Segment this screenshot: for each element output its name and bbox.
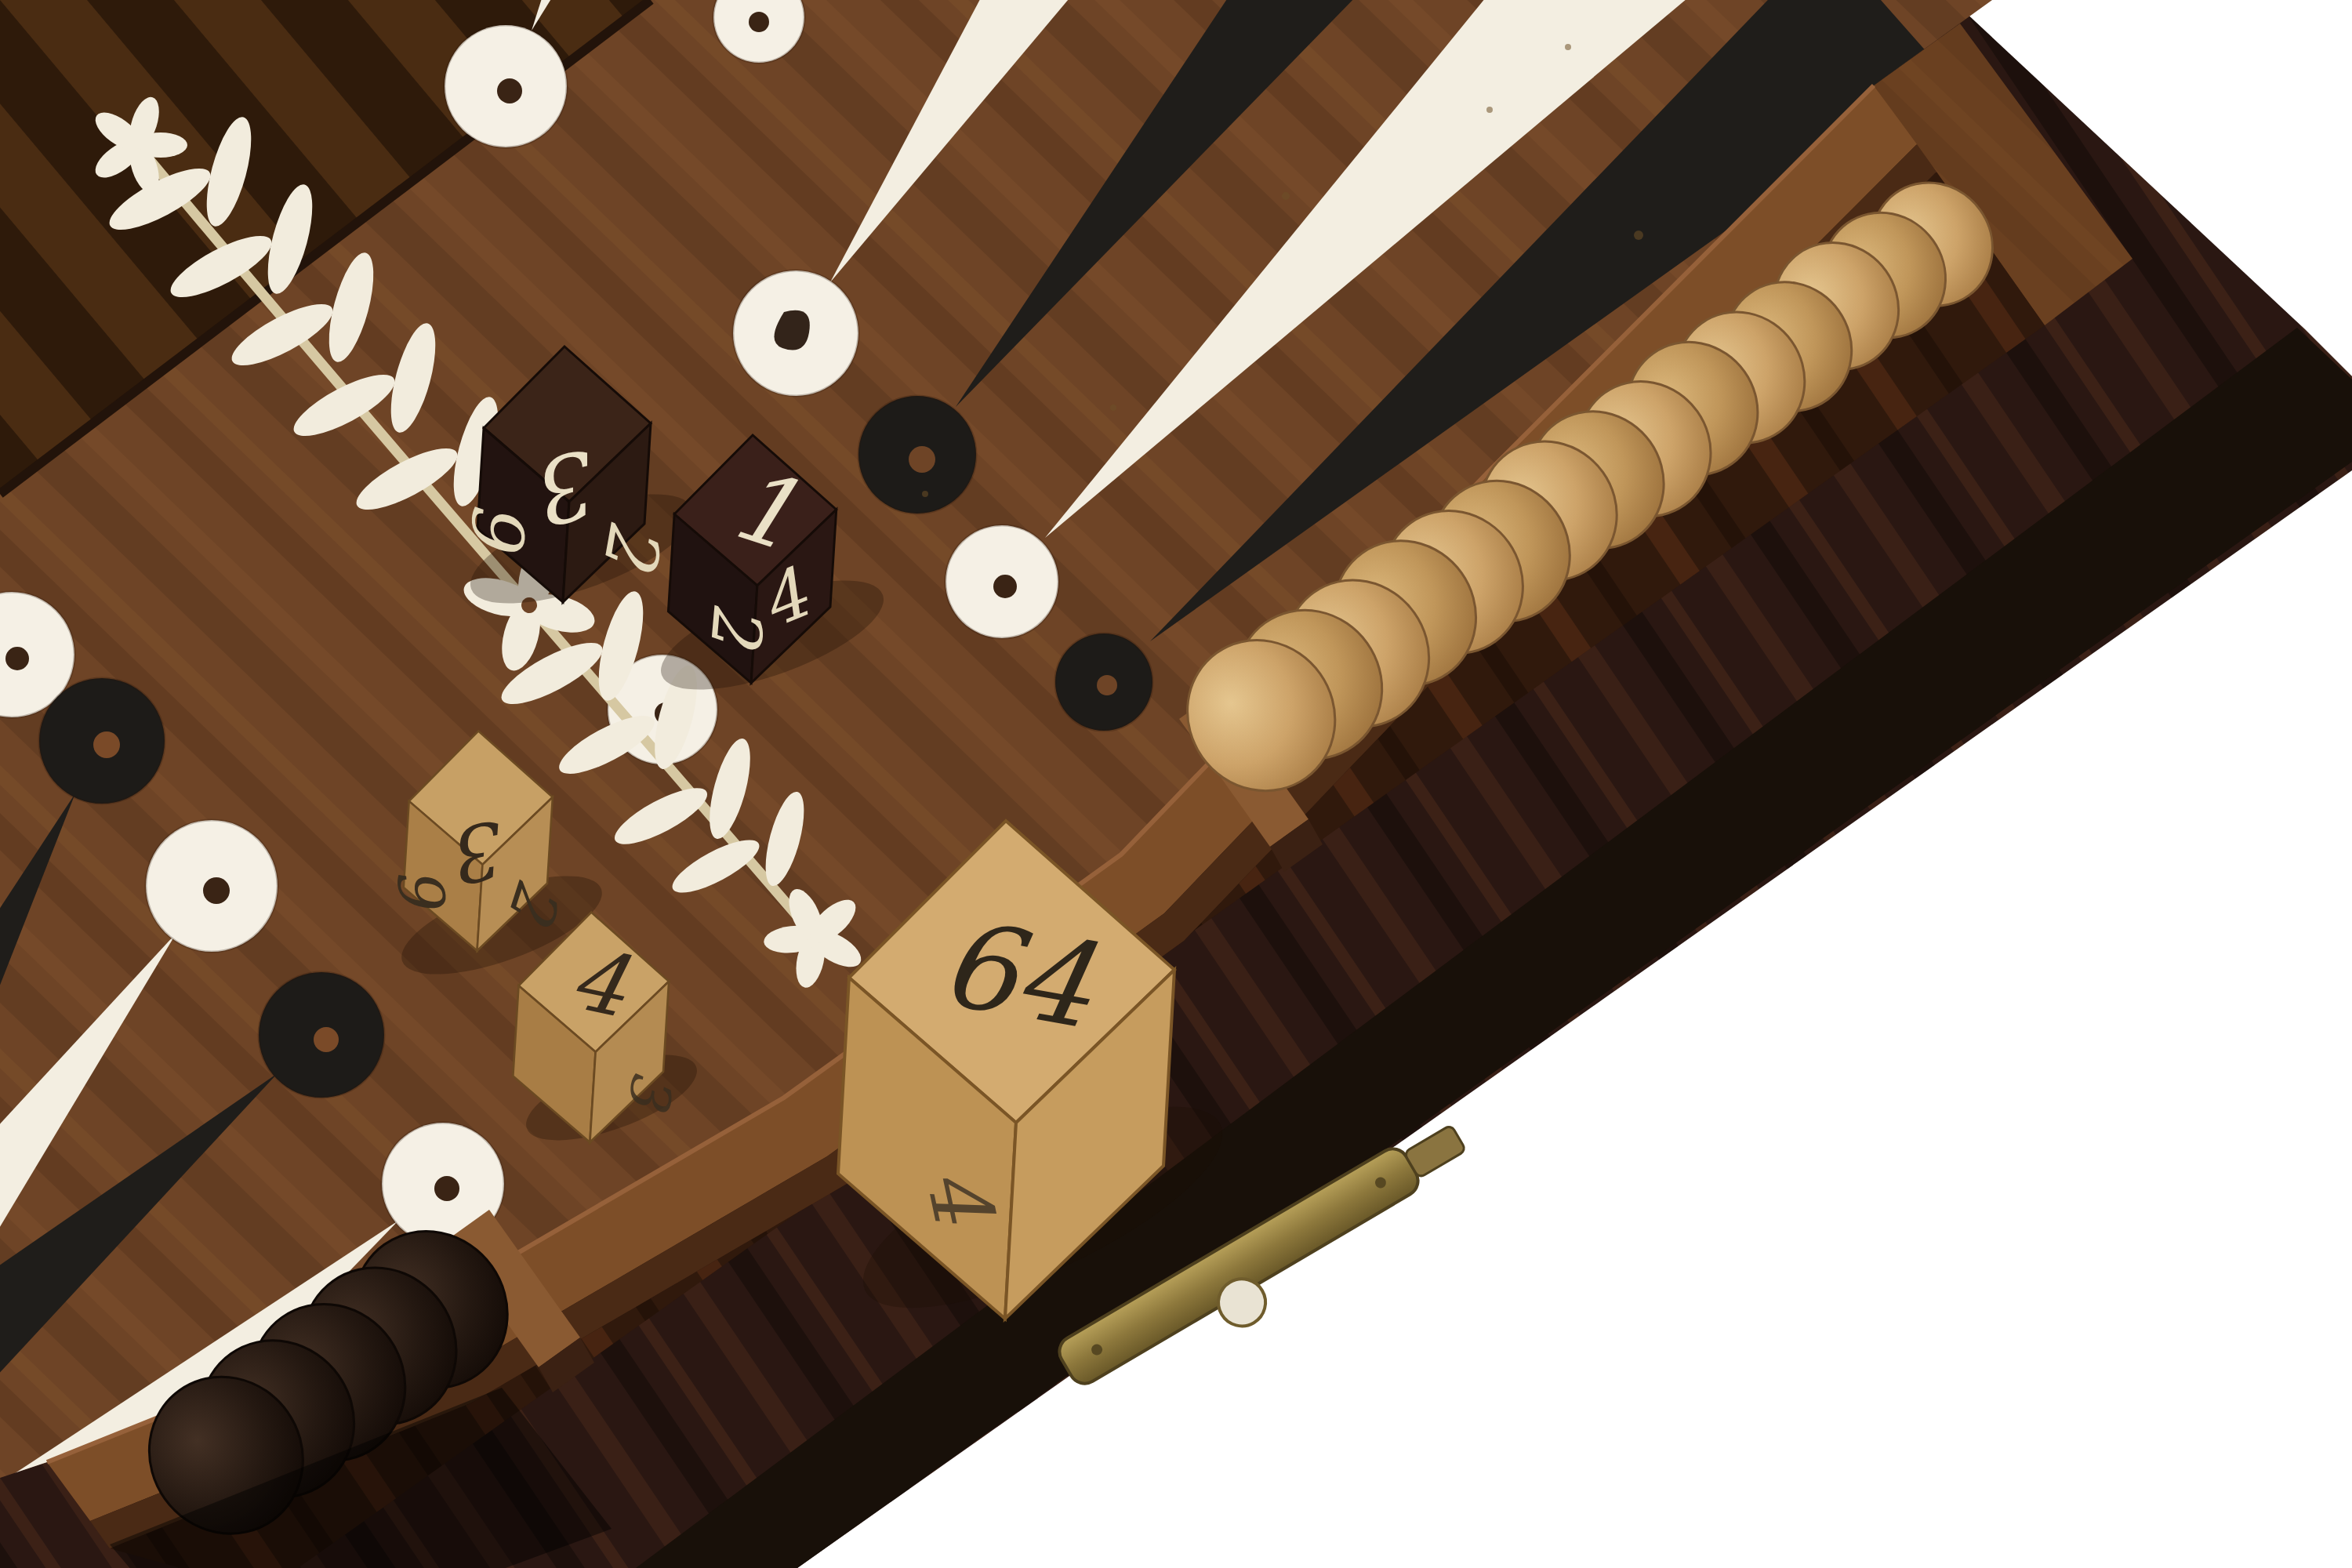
- doubling-cube-value: 64: [931, 895, 1105, 1055]
- roundel-white: [733, 270, 858, 396]
- roundel-black: [858, 396, 976, 514]
- roundel-white: [146, 820, 278, 952]
- roundel-white: [946, 525, 1058, 638]
- backgammon-box-photo: 3 6 2 1 2 4 3 6 2 4 3 64 4: [0, 0, 2352, 1568]
- roundel-black: [259, 972, 384, 1098]
- roundel-black: [39, 678, 165, 804]
- roundel-black: [1055, 633, 1152, 731]
- roundel-white: [445, 25, 567, 147]
